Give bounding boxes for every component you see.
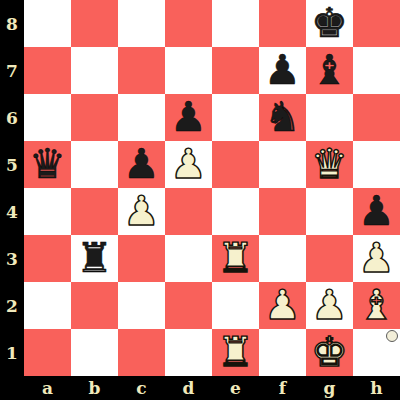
file-label-d: d bbox=[165, 376, 212, 400]
square-g6[interactable] bbox=[306, 94, 353, 141]
piece-white-pawn-c4[interactable]: ♟ bbox=[123, 191, 160, 232]
square-d1[interactable] bbox=[165, 329, 212, 376]
white-to-move-indicator-dot bbox=[386, 330, 398, 342]
square-a8[interactable] bbox=[24, 0, 71, 47]
square-e7[interactable] bbox=[212, 47, 259, 94]
piece-black-rook-b3[interactable]: ♜ bbox=[76, 238, 113, 279]
square-h3[interactable]: ♟ bbox=[353, 235, 400, 282]
square-a5[interactable]: ♛ bbox=[24, 141, 71, 188]
square-d6[interactable]: ♟ bbox=[165, 94, 212, 141]
square-c6[interactable] bbox=[118, 94, 165, 141]
square-c3[interactable] bbox=[118, 235, 165, 282]
square-g1[interactable]: ♚ bbox=[306, 329, 353, 376]
piece-black-pawn-h4[interactable]: ♟ bbox=[358, 191, 395, 232]
piece-black-bishop-g7[interactable]: ♝ bbox=[311, 50, 348, 91]
rank-label-4: 4 bbox=[0, 188, 24, 235]
piece-white-rook-e3[interactable]: ♜ bbox=[217, 238, 254, 279]
square-b7[interactable] bbox=[71, 47, 118, 94]
square-d8[interactable] bbox=[165, 0, 212, 47]
file-label-e: e bbox=[212, 376, 259, 400]
piece-white-pawn-d5[interactable]: ♟ bbox=[170, 144, 207, 185]
piece-white-pawn-f2[interactable]: ♟ bbox=[264, 285, 301, 326]
piece-white-bishop-h2[interactable]: ♝ bbox=[358, 285, 395, 326]
square-a1[interactable] bbox=[24, 329, 71, 376]
rank-label-2: 2 bbox=[0, 282, 24, 329]
square-c8[interactable] bbox=[118, 0, 165, 47]
square-d3[interactable] bbox=[165, 235, 212, 282]
square-e1[interactable]: ♜ bbox=[212, 329, 259, 376]
square-b6[interactable] bbox=[71, 94, 118, 141]
square-g4[interactable] bbox=[306, 188, 353, 235]
square-d4[interactable] bbox=[165, 188, 212, 235]
square-e8[interactable] bbox=[212, 0, 259, 47]
square-c2[interactable] bbox=[118, 282, 165, 329]
file-label-b: b bbox=[71, 376, 118, 400]
square-a2[interactable] bbox=[24, 282, 71, 329]
chess-diagram: 87654321 ♚♟♝♟♞♛♟♟♛♟♟♜♜♟♟♟♝♜♚ abcdefgh bbox=[0, 0, 400, 400]
square-a6[interactable] bbox=[24, 94, 71, 141]
square-e4[interactable] bbox=[212, 188, 259, 235]
square-h4[interactable]: ♟ bbox=[353, 188, 400, 235]
square-f8[interactable] bbox=[259, 0, 306, 47]
square-a3[interactable] bbox=[24, 235, 71, 282]
square-f6[interactable]: ♞ bbox=[259, 94, 306, 141]
square-h2[interactable]: ♝ bbox=[353, 282, 400, 329]
square-b8[interactable] bbox=[71, 0, 118, 47]
square-c7[interactable] bbox=[118, 47, 165, 94]
square-b4[interactable] bbox=[71, 188, 118, 235]
square-a4[interactable] bbox=[24, 188, 71, 235]
square-c5[interactable]: ♟ bbox=[118, 141, 165, 188]
square-h5[interactable] bbox=[353, 141, 400, 188]
square-b5[interactable] bbox=[71, 141, 118, 188]
square-g3[interactable] bbox=[306, 235, 353, 282]
rank-label-5: 5 bbox=[0, 141, 24, 188]
square-e5[interactable] bbox=[212, 141, 259, 188]
rank-labels: 87654321 bbox=[0, 0, 24, 376]
square-e3[interactable]: ♜ bbox=[212, 235, 259, 282]
square-d5[interactable]: ♟ bbox=[165, 141, 212, 188]
square-d7[interactable] bbox=[165, 47, 212, 94]
square-a7[interactable] bbox=[24, 47, 71, 94]
rank-label-6: 6 bbox=[0, 94, 24, 141]
piece-white-king-g1[interactable]: ♚ bbox=[311, 332, 348, 373]
rank-label-8: 8 bbox=[0, 0, 24, 47]
piece-white-pawn-h3[interactable]: ♟ bbox=[358, 238, 395, 279]
piece-black-king-g8[interactable]: ♚ bbox=[311, 3, 348, 44]
square-h7[interactable] bbox=[353, 47, 400, 94]
square-d2[interactable] bbox=[165, 282, 212, 329]
piece-white-pawn-g2[interactable]: ♟ bbox=[311, 285, 348, 326]
piece-black-knight-f6[interactable]: ♞ bbox=[264, 97, 301, 138]
square-c4[interactable]: ♟ bbox=[118, 188, 165, 235]
piece-white-queen-g5[interactable]: ♛ bbox=[311, 144, 348, 185]
piece-black-pawn-c5[interactable]: ♟ bbox=[123, 144, 160, 185]
rank-label-7: 7 bbox=[0, 47, 24, 94]
chess-board: ♚♟♝♟♞♛♟♟♛♟♟♜♜♟♟♟♝♜♚ bbox=[24, 0, 400, 376]
square-e2[interactable] bbox=[212, 282, 259, 329]
file-label-a: a bbox=[24, 376, 71, 400]
piece-black-queen-a5[interactable]: ♛ bbox=[29, 144, 66, 185]
piece-white-rook-e1[interactable]: ♜ bbox=[217, 332, 254, 373]
square-f4[interactable] bbox=[259, 188, 306, 235]
square-g2[interactable]: ♟ bbox=[306, 282, 353, 329]
square-f1[interactable] bbox=[259, 329, 306, 376]
square-f2[interactable]: ♟ bbox=[259, 282, 306, 329]
square-b2[interactable] bbox=[71, 282, 118, 329]
square-e6[interactable] bbox=[212, 94, 259, 141]
square-b1[interactable] bbox=[71, 329, 118, 376]
file-label-c: c bbox=[118, 376, 165, 400]
piece-black-pawn-f7[interactable]: ♟ bbox=[264, 50, 301, 91]
rank-label-1: 1 bbox=[0, 329, 24, 376]
square-f3[interactable] bbox=[259, 235, 306, 282]
rank-label-3: 3 bbox=[0, 235, 24, 282]
file-label-g: g bbox=[306, 376, 353, 400]
square-f5[interactable] bbox=[259, 141, 306, 188]
square-g5[interactable]: ♛ bbox=[306, 141, 353, 188]
square-c1[interactable] bbox=[118, 329, 165, 376]
square-g7[interactable]: ♝ bbox=[306, 47, 353, 94]
square-f7[interactable]: ♟ bbox=[259, 47, 306, 94]
file-label-h: h bbox=[353, 376, 400, 400]
square-h6[interactable] bbox=[353, 94, 400, 141]
file-labels: abcdefgh bbox=[24, 376, 400, 400]
square-b3[interactable]: ♜ bbox=[71, 235, 118, 282]
square-h8[interactable] bbox=[353, 0, 400, 47]
piece-black-pawn-d6[interactable]: ♟ bbox=[170, 97, 207, 138]
square-g8[interactable]: ♚ bbox=[306, 0, 353, 47]
file-label-f: f bbox=[259, 376, 306, 400]
